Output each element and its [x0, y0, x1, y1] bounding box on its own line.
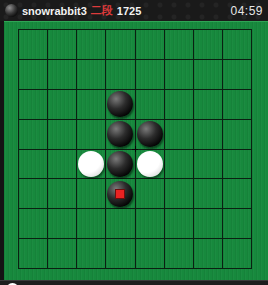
cell-d5[interactable]	[106, 150, 134, 179]
cell-a8[interactable]	[19, 239, 47, 268]
black-disc-icon	[5, 4, 18, 17]
cell-h3[interactable]	[223, 90, 251, 119]
cell-g4[interactable]	[194, 120, 222, 149]
cell-b5[interactable]	[48, 150, 76, 179]
cell-c2[interactable]	[77, 60, 105, 89]
cell-c1[interactable]	[77, 30, 105, 59]
cell-a3[interactable]	[19, 90, 47, 119]
cell-e8[interactable]	[136, 239, 164, 268]
cell-a7[interactable]	[19, 209, 47, 238]
cell-f6[interactable]	[165, 179, 193, 208]
cell-a1[interactable]	[19, 30, 47, 59]
cell-c8[interactable]	[77, 239, 105, 268]
disc-white	[137, 151, 163, 177]
top-player-bar: snowrabbit3 二段 1725 04:59	[0, 0, 268, 21]
cell-c6[interactable]	[77, 179, 105, 208]
cell-g7[interactable]	[194, 209, 222, 238]
cell-b6[interactable]	[48, 179, 76, 208]
disc-black	[137, 121, 163, 147]
disc-black	[107, 151, 133, 177]
cell-e1[interactable]	[136, 30, 164, 59]
cell-d2[interactable]	[106, 60, 134, 89]
disc-black	[107, 91, 133, 117]
cell-f1[interactable]	[165, 30, 193, 59]
cell-g5[interactable]	[194, 150, 222, 179]
cell-f5[interactable]	[165, 150, 193, 179]
cell-f8[interactable]	[165, 239, 193, 268]
cell-h8[interactable]	[223, 239, 251, 268]
last-move-marker	[115, 189, 125, 199]
cell-h7[interactable]	[223, 209, 251, 238]
cell-c3[interactable]	[77, 90, 105, 119]
cell-e3[interactable]	[136, 90, 164, 119]
disc-black	[107, 181, 133, 207]
cell-h4[interactable]	[223, 120, 251, 149]
cell-g6[interactable]	[194, 179, 222, 208]
cell-e7[interactable]	[136, 209, 164, 238]
cell-h2[interactable]	[223, 60, 251, 89]
board-area	[4, 21, 268, 280]
cell-h6[interactable]	[223, 179, 251, 208]
cell-f7[interactable]	[165, 209, 193, 238]
cell-e2[interactable]	[136, 60, 164, 89]
cell-b4[interactable]	[48, 120, 76, 149]
cell-f4[interactable]	[165, 120, 193, 149]
cell-b2[interactable]	[48, 60, 76, 89]
disc-black	[107, 121, 133, 147]
player-rating: 1725	[117, 5, 141, 17]
cell-d3[interactable]	[106, 90, 134, 119]
cell-e4[interactable]	[136, 120, 164, 149]
cell-d4[interactable]	[106, 120, 134, 149]
cell-d7[interactable]	[106, 209, 134, 238]
cell-c7[interactable]	[77, 209, 105, 238]
cell-a2[interactable]	[19, 60, 47, 89]
player-clock: 04:59	[230, 4, 263, 18]
cell-h5[interactable]	[223, 150, 251, 179]
cell-g3[interactable]	[194, 90, 222, 119]
cell-d1[interactable]	[106, 30, 134, 59]
player-name: snowrabbit3	[22, 5, 87, 17]
cell-d8[interactable]	[106, 239, 134, 268]
cell-c4[interactable]	[77, 120, 105, 149]
cell-a4[interactable]	[19, 120, 47, 149]
cell-e6[interactable]	[136, 179, 164, 208]
bottom-player-bar	[0, 280, 268, 285]
cell-b3[interactable]	[48, 90, 76, 119]
cell-a6[interactable]	[19, 179, 47, 208]
cell-a5[interactable]	[19, 150, 47, 179]
cell-g2[interactable]	[194, 60, 222, 89]
player-rank: 二段	[91, 3, 113, 18]
cell-g8[interactable]	[194, 239, 222, 268]
cell-d6[interactable]	[106, 179, 134, 208]
cell-e5[interactable]	[136, 150, 164, 179]
cell-h1[interactable]	[223, 30, 251, 59]
cell-c5[interactable]	[77, 150, 105, 179]
cell-b8[interactable]	[48, 239, 76, 268]
cell-f2[interactable]	[165, 60, 193, 89]
cell-b7[interactable]	[48, 209, 76, 238]
cell-g1[interactable]	[194, 30, 222, 59]
cell-f3[interactable]	[165, 90, 193, 119]
othello-board	[18, 29, 252, 269]
disc-white	[78, 151, 104, 177]
cell-b1[interactable]	[48, 30, 76, 59]
